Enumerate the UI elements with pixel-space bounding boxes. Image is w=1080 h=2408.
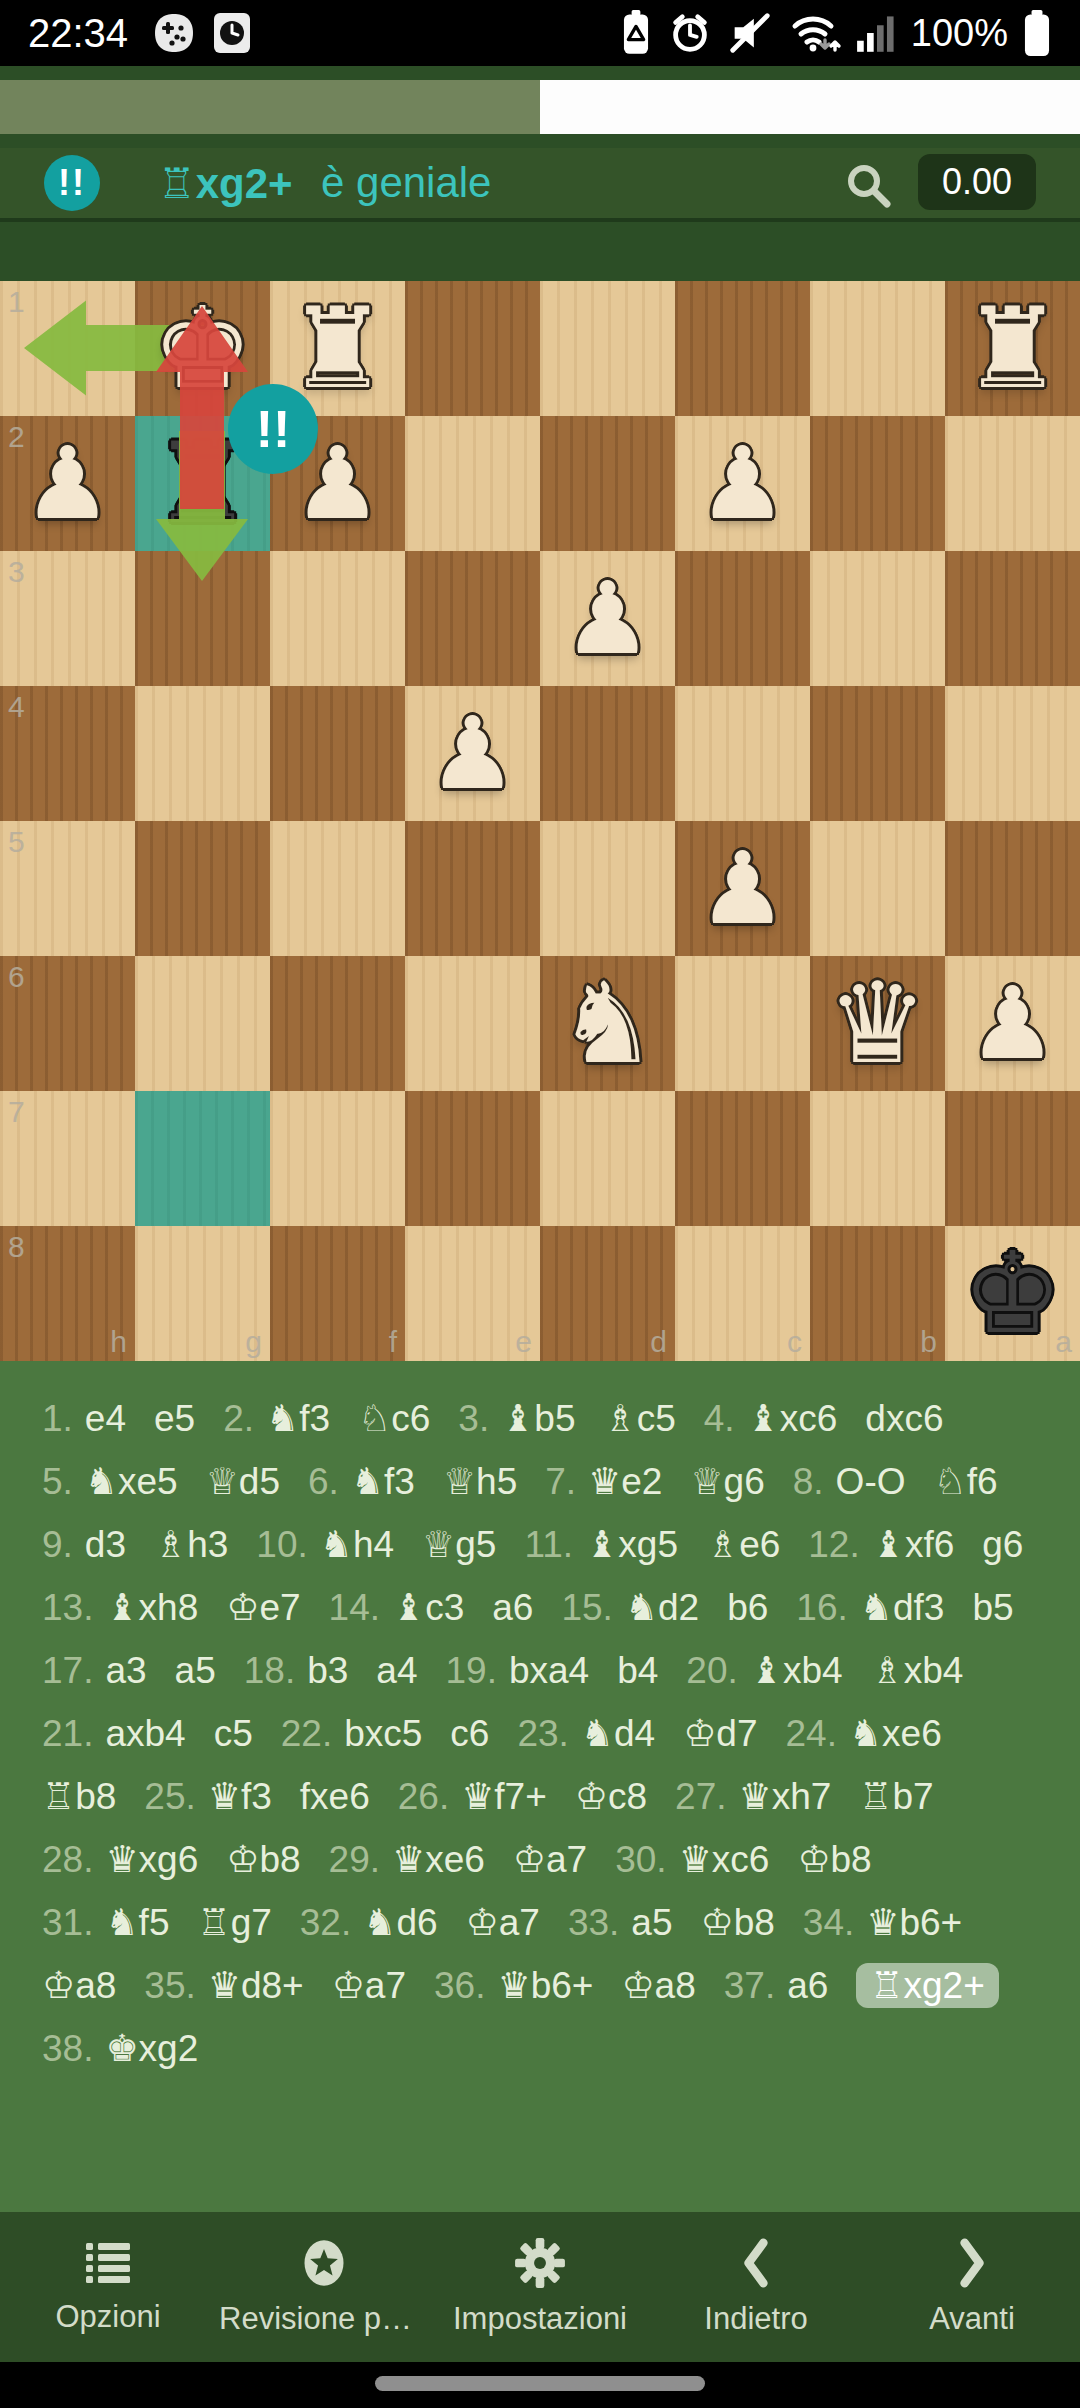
move-comment-label: è geniale xyxy=(321,159,491,207)
rank-label-1: 1 xyxy=(8,285,25,319)
square-h7[interactable]: 7 xyxy=(0,1091,135,1226)
move-line-10: ♔a835.♛d8+♔a736.♛b6+♔a837.a6♖xg2+ xyxy=(42,1954,1060,2017)
move-token[interactable]: ♗h3 xyxy=(154,1524,228,1565)
move-token[interactable]: ♛f7+ xyxy=(461,1776,547,1817)
square-e8[interactable]: e xyxy=(405,1226,540,1361)
square-g7[interactable] xyxy=(135,1091,270,1226)
move-line-5: 17.a3a518.b3a419.bxa4b420.♝xb4♗xb4 xyxy=(42,1639,1060,1702)
move-number: 11. xyxy=(524,1524,573,1565)
move-token[interactable]: a4 xyxy=(376,1650,417,1691)
move-token[interactable]: ♝b5 xyxy=(501,1398,575,1439)
move-token[interactable]: e4 xyxy=(85,1398,126,1439)
move-number: 36. xyxy=(434,1965,485,2006)
square-e6[interactable] xyxy=(405,956,540,1091)
gear-icon xyxy=(514,2237,566,2289)
move-token[interactable]: ♛xe6 xyxy=(392,1839,485,1880)
square-b4[interactable] xyxy=(810,686,945,821)
move-token[interactable]: bxc5 xyxy=(344,1713,422,1754)
move-number: 27. xyxy=(675,1776,726,1817)
square-f3[interactable] xyxy=(270,551,405,686)
move-number: 15. xyxy=(561,1587,612,1628)
square-c1[interactable] xyxy=(675,281,810,416)
move-token[interactable]: ♛f3 xyxy=(208,1776,272,1817)
move-number: 31. xyxy=(42,1902,93,1943)
move-token[interactable]: a6 xyxy=(492,1587,533,1628)
move-token[interactable]: ♞d6 xyxy=(363,1902,437,1943)
move-line-9: 31.♞f5♖g732.♞d6♔a733.a5♔b834.♛b6+ xyxy=(42,1891,1060,1954)
square-a2[interactable] xyxy=(945,416,1080,551)
move-token[interactable]: ♞f5 xyxy=(105,1902,169,1943)
square-a5[interactable] xyxy=(945,821,1080,956)
move-token[interactable]: ♞d4 xyxy=(581,1713,655,1754)
eval-score: 0.00 xyxy=(918,154,1036,210)
move-number: 37. xyxy=(724,1965,775,2006)
nav-game-review-label: Revisione part… xyxy=(219,2301,429,2337)
square-f2[interactable]: ♟ xyxy=(270,416,405,551)
move-number: 12. xyxy=(808,1524,859,1565)
rank-label-7: 7 xyxy=(8,1095,25,1129)
piece-black-K-a8: ♚ xyxy=(945,1226,1080,1361)
square-g6[interactable] xyxy=(135,956,270,1091)
square-f8[interactable]: f xyxy=(270,1226,405,1361)
move-token[interactable]: ♝c3 xyxy=(392,1587,464,1628)
star-circle-icon xyxy=(298,2237,350,2289)
move-token[interactable]: ♗xb4 xyxy=(871,1650,964,1691)
brilliant-badge-text: !! xyxy=(58,162,86,204)
piece-white-P-h2: ♟ xyxy=(0,416,135,551)
move-token[interactable]: ♞xe6 xyxy=(849,1713,942,1754)
nav-forward-label: Avanti xyxy=(929,2301,1015,2337)
mute-icon xyxy=(727,10,773,56)
move-number: 33. xyxy=(568,1902,619,1943)
move-token[interactable]: ♝xg5 xyxy=(585,1524,678,1565)
move-token[interactable]: ♗c5 xyxy=(604,1398,676,1439)
move-line-1: 1.e4e52.♞f3♘c63.♝b5♗c54.♝xc6dxc6 xyxy=(42,1387,1060,1450)
square-d4[interactable] xyxy=(540,686,675,821)
rank-label-8: 8 xyxy=(8,1230,25,1264)
move-number: 3. xyxy=(458,1398,489,1439)
move-number: 19. xyxy=(446,1650,497,1691)
file-label-c: c xyxy=(787,1325,802,1359)
square-h3[interactable]: 3 xyxy=(0,551,135,686)
move-token[interactable]: ♞f3 xyxy=(266,1398,330,1439)
piece-white-P-d3: ♟ xyxy=(540,551,675,686)
gesture-pill[interactable] xyxy=(375,2376,705,2391)
move-token[interactable]: a5 xyxy=(175,1650,216,1691)
file-label-b: b xyxy=(920,1325,937,1359)
move-token[interactable]: fxe6 xyxy=(300,1776,370,1817)
square-f1[interactable]: ♜ xyxy=(270,281,405,416)
chevron-right-icon xyxy=(955,2237,989,2289)
nav-back-label: Indietro xyxy=(704,2301,807,2337)
square-d7[interactable] xyxy=(540,1091,675,1226)
move-number: 32. xyxy=(300,1902,351,1943)
move-number: 14. xyxy=(329,1587,380,1628)
screen: 22:34 xyxy=(0,0,1080,2408)
move-token[interactable]: d3 xyxy=(85,1524,126,1565)
battery-icon xyxy=(1022,10,1052,56)
move-line-2: 5.♞xe5♕d56.♞f3♕h57.♛e2♕g68.O-O♘f6 xyxy=(42,1450,1060,1513)
move-number: 20. xyxy=(686,1650,737,1691)
square-b7[interactable] xyxy=(810,1091,945,1226)
move-token[interactable]: ♛xg6 xyxy=(105,1839,198,1880)
move-line-6: 21.axb4c522.bxc5c623.♞d4♔d724.♞xe6 xyxy=(42,1702,1060,1765)
cell-signal-icon xyxy=(857,12,897,54)
move-line-11: 38.♚xg2 xyxy=(42,2017,1060,2080)
analysis-header: !! ♖xg2+ è geniale 0.00 xyxy=(0,148,1080,222)
move-token[interactable]: ♛xh7 xyxy=(739,1776,832,1817)
file-label-e: e xyxy=(515,1325,532,1359)
file-label-f: f xyxy=(389,1325,397,1359)
move-number: 10. xyxy=(256,1524,307,1565)
move-token[interactable]: ♕g5 xyxy=(422,1524,496,1565)
square-f4[interactable] xyxy=(270,686,405,821)
square-g3[interactable] xyxy=(135,551,270,686)
piece-white-P-f2: ♟ xyxy=(270,416,405,551)
square-d5[interactable] xyxy=(540,821,675,956)
square-c3[interactable] xyxy=(675,551,810,686)
status-bar: 22:34 xyxy=(0,0,1080,66)
move-token[interactable]: ♔b8 xyxy=(797,1839,871,1880)
move-line-3: 9.d3♗h310.♞h4♕g511.♝xg5♗e612.♝xf6g6 xyxy=(42,1513,1060,1576)
move-number: 2. xyxy=(223,1398,254,1439)
move-token[interactable]: g6 xyxy=(982,1524,1023,1565)
square-e1[interactable] xyxy=(405,281,540,416)
square-b1[interactable] xyxy=(810,281,945,416)
game-app-notification-icon xyxy=(152,11,196,55)
square-b2[interactable] xyxy=(810,416,945,551)
move-token[interactable]: ♛b6+ xyxy=(866,1902,962,1943)
move-token[interactable]: ♘f6 xyxy=(934,1461,998,1502)
move-token[interactable]: ♔a8 xyxy=(621,1965,695,2006)
clock-time: 22:34 xyxy=(28,11,128,56)
square-g2[interactable]: ♜ xyxy=(135,416,270,551)
square-b5[interactable] xyxy=(810,821,945,956)
square-h5[interactable]: 5 xyxy=(0,821,135,956)
square-a3[interactable] xyxy=(945,551,1080,686)
move-token[interactable]: ♚xg2 xyxy=(105,2028,198,2069)
move-number: 22. xyxy=(281,1713,332,1754)
square-c5[interactable]: ♟ xyxy=(675,821,810,956)
square-c7[interactable] xyxy=(675,1091,810,1226)
square-e5[interactable] xyxy=(405,821,540,956)
move-token[interactable]: ♕d5 xyxy=(206,1461,280,1502)
square-d3[interactable]: ♟ xyxy=(540,551,675,686)
move-number: 28. xyxy=(42,1839,93,1880)
move-number: 4. xyxy=(704,1398,735,1439)
move-token[interactable]: ♔a7 xyxy=(466,1902,540,1943)
move-number: 35. xyxy=(144,1965,195,2006)
square-b6[interactable]: ♛ xyxy=(810,956,945,1091)
alarm-icon xyxy=(667,10,713,56)
square-d8[interactable]: d xyxy=(540,1226,675,1361)
move-number: 30. xyxy=(615,1839,666,1880)
square-f5[interactable] xyxy=(270,821,405,956)
move-token[interactable]: ♖b7 xyxy=(859,1776,933,1817)
nav-options-label: Opzioni xyxy=(55,2299,160,2335)
ad-banner-strip xyxy=(0,80,1080,134)
move-token[interactable]: ♛xc6 xyxy=(679,1839,770,1880)
move-token[interactable]: ♕h5 xyxy=(443,1461,517,1502)
square-g1[interactable]: ♚ xyxy=(135,281,270,416)
move-list: 1.e4e52.♞f3♘c63.♝b5♗c54.♝xc6dxc65.♞xe5♕d… xyxy=(0,1361,1080,2212)
square-e3[interactable] xyxy=(405,551,540,686)
move-token[interactable]: ♘c6 xyxy=(358,1398,430,1439)
rank-label-6: 6 xyxy=(8,960,25,994)
move-number: 9. xyxy=(42,1524,73,1565)
move-number: 17. xyxy=(42,1650,93,1691)
move-token[interactable]: ♖b8 xyxy=(42,1776,116,1817)
ad-placeholder xyxy=(0,80,540,134)
move-token-current[interactable]: ♖xg2+ xyxy=(856,1963,998,2008)
square-h2[interactable]: 2♟ xyxy=(0,416,135,551)
file-label-d: d xyxy=(650,1325,667,1359)
battery-saver-icon xyxy=(619,10,653,56)
square-e7[interactable] xyxy=(405,1091,540,1226)
move-number: 38. xyxy=(42,2028,93,2069)
move-token[interactable]: ♝xc6 xyxy=(747,1398,838,1439)
piece-black-R-g2: ♜ xyxy=(135,416,270,551)
square-f7[interactable] xyxy=(270,1091,405,1226)
chevron-left-icon xyxy=(739,2237,773,2289)
move-line-4: 13.♝xh8♔e714.♝c3a615.♞d2b616.♞df3b5 xyxy=(42,1576,1060,1639)
file-label-g: g xyxy=(245,1325,262,1359)
move-token[interactable]: ♞xe5 xyxy=(85,1461,178,1502)
square-c6[interactable] xyxy=(675,956,810,1091)
rank-label-5: 5 xyxy=(8,825,25,859)
move-token[interactable]: ♔e7 xyxy=(226,1587,300,1628)
square-b8[interactable]: b xyxy=(810,1226,945,1361)
move-token[interactable]: ♔b8 xyxy=(226,1839,300,1880)
move-token[interactable]: ♖g7 xyxy=(197,1902,271,1943)
square-e2[interactable] xyxy=(405,416,540,551)
move-number: 8. xyxy=(793,1461,824,1502)
move-number: 25. xyxy=(144,1776,195,1817)
square-g4[interactable] xyxy=(135,686,270,821)
move-number: 34. xyxy=(803,1902,854,1943)
piece-white-P-a6: ♟ xyxy=(945,956,1080,1091)
square-g5[interactable] xyxy=(135,821,270,956)
square-c8[interactable]: c xyxy=(675,1226,810,1361)
move-token[interactable]: ♔d7 xyxy=(683,1713,757,1754)
move-token[interactable]: ♔c8 xyxy=(575,1776,647,1817)
move-token[interactable]: ♔a7 xyxy=(332,1965,406,2006)
move-token[interactable]: e5 xyxy=(154,1398,195,1439)
eval-score-text: 0.00 xyxy=(942,161,1012,203)
move-token[interactable]: ♝xb4 xyxy=(750,1650,843,1691)
nav-back[interactable]: Indietro xyxy=(648,2212,864,2362)
file-label-h: h xyxy=(110,1325,127,1359)
wifi-icon xyxy=(787,10,843,56)
move-token[interactable]: ♛d8+ xyxy=(208,1965,304,2006)
move-line-7: ♖b825.♛f3fxe626.♛f7+♔c827.♛xh7♖b7 xyxy=(42,1765,1060,1828)
move-token[interactable]: ♔a7 xyxy=(513,1839,587,1880)
move-token[interactable]: b6 xyxy=(727,1587,768,1628)
square-a8[interactable]: a♚ xyxy=(945,1226,1080,1361)
nav-forward[interactable]: Avanti xyxy=(864,2212,1080,2362)
piece-white-R-a1: ♜ xyxy=(945,281,1080,416)
brilliant-badge: !! xyxy=(44,155,100,211)
square-a6[interactable]: ♟ xyxy=(945,956,1080,1091)
piece-white-P-e4: ♟ xyxy=(405,686,540,821)
move-token[interactable]: ♛e2 xyxy=(588,1461,662,1502)
square-g8[interactable]: g xyxy=(135,1226,270,1361)
square-h6[interactable]: 6 xyxy=(0,956,135,1091)
move-token[interactable]: c5 xyxy=(214,1713,253,1754)
move-token[interactable]: dxc6 xyxy=(865,1398,943,1439)
square-h1[interactable]: 1 xyxy=(0,281,135,416)
piece-white-N-d6: ♞ xyxy=(540,956,675,1091)
move-number: 16. xyxy=(796,1587,847,1628)
move-token[interactable]: ♞h4 xyxy=(320,1524,394,1565)
move-number: 13. xyxy=(42,1587,93,1628)
move-token[interactable]: ♝xf6 xyxy=(872,1524,955,1565)
square-d2[interactable] xyxy=(540,416,675,551)
square-h8[interactable]: 8h xyxy=(0,1226,135,1361)
piece-white-K-g1: ♚ xyxy=(135,281,270,416)
battery-percent: 100% xyxy=(911,12,1008,55)
square-a1[interactable]: ♜ xyxy=(945,281,1080,416)
move-token[interactable]: axb4 xyxy=(105,1713,185,1754)
move-number: 26. xyxy=(398,1776,449,1817)
square-d1[interactable] xyxy=(540,281,675,416)
square-c4[interactable] xyxy=(675,686,810,821)
move-number: 5. xyxy=(42,1461,73,1502)
move-token[interactable]: b4 xyxy=(617,1650,658,1691)
move-number: 21. xyxy=(42,1713,93,1754)
clock-app-notification-icon xyxy=(210,11,254,55)
move-token[interactable]: c6 xyxy=(450,1713,489,1754)
square-h4[interactable]: 4 xyxy=(0,686,135,821)
move-token[interactable]: ♕g6 xyxy=(690,1461,764,1502)
square-d6[interactable]: ♞ xyxy=(540,956,675,1091)
current-move-label: ♖xg2+ xyxy=(158,159,293,208)
chess-board: 1♚♜♜2♟♜♟♟3♟4♟5♟6♞♛♟78hgfedcba♚ !! xyxy=(0,281,1080,1361)
piece-white-Q-b6: ♛ xyxy=(810,956,945,1091)
nav-settings-label: Impostazioni xyxy=(453,2301,627,2337)
move-token[interactable]: b3 xyxy=(307,1650,348,1691)
move-line-8: 28.♛xg6♔b829.♛xe6♔a730.♛xc6♔b8 xyxy=(42,1828,1060,1891)
rank-label-3: 3 xyxy=(8,555,25,589)
options-list-icon xyxy=(84,2239,132,2287)
move-number: 6. xyxy=(308,1461,339,1502)
move-number: 18. xyxy=(244,1650,295,1691)
search-icon[interactable] xyxy=(843,160,895,212)
move-token[interactable]: a5 xyxy=(631,1902,672,1943)
move-number: 29. xyxy=(329,1839,380,1880)
top-zone: !! ♖xg2+ è geniale 0.00 xyxy=(0,66,1080,281)
square-b3[interactable] xyxy=(810,551,945,686)
square-a7[interactable] xyxy=(945,1091,1080,1226)
square-c2[interactable]: ♟ xyxy=(675,416,810,551)
move-token[interactable]: O-O xyxy=(836,1461,906,1502)
move-token[interactable]: ♞df3 xyxy=(860,1587,945,1628)
piece-white-R-f1: ♜ xyxy=(270,281,405,416)
nav-settings[interactable]: Impostazioni xyxy=(432,2212,648,2362)
square-f6[interactable] xyxy=(270,956,405,1091)
move-token[interactable]: a3 xyxy=(105,1650,146,1691)
move-token[interactable]: a6 xyxy=(787,1965,828,2006)
move-token[interactable]: ♗e6 xyxy=(706,1524,780,1565)
square-e4[interactable]: ♟ xyxy=(405,686,540,821)
move-number: 7. xyxy=(545,1461,576,1502)
square-a4[interactable] xyxy=(945,686,1080,821)
bottom-nav: Opzioni Revisione part… xyxy=(0,2212,1080,2362)
move-token[interactable]: ♛b6+ xyxy=(497,1965,593,2006)
move-token[interactable]: b5 xyxy=(972,1587,1013,1628)
move-token[interactable]: ♔b8 xyxy=(700,1902,774,1943)
rank-label-4: 4 xyxy=(8,690,25,724)
move-number: 24. xyxy=(786,1713,837,1754)
gesture-bar xyxy=(0,2362,1080,2408)
piece-white-P-c5: ♟ xyxy=(675,821,810,956)
piece-white-P-c2: ♟ xyxy=(675,416,810,551)
move-number: 1. xyxy=(42,1398,73,1439)
move-token[interactable]: ♝xh8 xyxy=(105,1587,198,1628)
move-token[interactable]: bxa4 xyxy=(509,1650,589,1691)
move-number: 23. xyxy=(517,1713,568,1754)
ad-banner[interactable] xyxy=(540,80,1080,134)
nav-game-review[interactable]: Revisione part… xyxy=(216,2212,432,2362)
move-token[interactable]: ♞d2 xyxy=(625,1587,699,1628)
nav-options[interactable]: Opzioni xyxy=(0,2212,216,2362)
move-token[interactable]: ♞f3 xyxy=(351,1461,415,1502)
move-token[interactable]: ♔a8 xyxy=(42,1965,116,2006)
